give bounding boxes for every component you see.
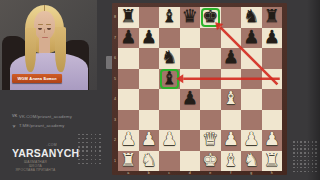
social-links: VK VK.COM/prizant_academy ➤ T.ME/prizant…: [12, 113, 72, 131]
vk-icon: VK: [12, 114, 19, 118]
square-a6[interactable]: [118, 48, 139, 69]
square-g1[interactable]: ♞: [241, 151, 262, 172]
square-a8[interactable]: ♜: [118, 7, 139, 28]
square-g7[interactable]: ♟: [241, 28, 262, 49]
square-g2[interactable]: ♟: [241, 130, 262, 151]
file-label-e: e: [200, 171, 221, 176]
piece-white-bishop[interactable]: ♝: [223, 88, 239, 109]
file-label-g: g: [241, 171, 262, 176]
edge-shade: [307, 0, 320, 180]
piece-black-rook[interactable]: ♜: [264, 6, 280, 27]
square-e6[interactable]: [200, 48, 221, 69]
dot: [297, 148, 299, 150]
dot: [300, 141, 302, 143]
dot: [304, 163, 306, 165]
dot: [91, 163, 93, 165]
stream-frame: WGM Алина Бивол VK VK.COM/prizant_academ…: [0, 0, 320, 180]
square-g4[interactable]: [241, 89, 262, 110]
dot: [297, 156, 299, 158]
piece-black-knight[interactable]: ♞: [161, 47, 177, 68]
nose: [44, 29, 45, 33]
dot: [300, 171, 302, 173]
file-label-f: f: [221, 171, 242, 176]
piece-white-pawn[interactable]: ♟: [243, 129, 259, 150]
dot: [297, 145, 299, 147]
dot: [82, 163, 84, 165]
piece-black-rook[interactable]: ♜: [120, 6, 136, 27]
dot: [91, 150, 93, 152]
piece-white-rook[interactable]: ♜: [120, 150, 136, 171]
square-a4[interactable]: [118, 89, 139, 110]
dot: [300, 167, 302, 169]
dot: [86, 138, 88, 140]
piece-white-bishop[interactable]: ♝: [223, 150, 239, 171]
dot: [99, 150, 101, 152]
square-b3[interactable]: [139, 110, 160, 131]
dot: [293, 171, 295, 173]
square-g3[interactable]: [241, 110, 262, 131]
dot: [300, 145, 302, 147]
square-d1[interactable]: [180, 151, 201, 172]
piece-white-pawn[interactable]: ♟: [264, 129, 280, 150]
square-f3[interactable]: [221, 110, 242, 131]
dot: [99, 138, 101, 140]
piece-white-pawn[interactable]: ♟: [223, 129, 239, 150]
dot: [86, 163, 88, 165]
streamer-face: [34, 11, 55, 40]
dot: [99, 159, 101, 161]
square-g5[interactable]: [241, 69, 262, 90]
dot: [99, 134, 101, 136]
dot: [300, 148, 302, 150]
brand-subtitle-line: ЯРОСЛАВА ПРИЗАНТА: [13, 168, 58, 172]
dot: [293, 156, 295, 158]
piece-black-pawn[interactable]: ♟: [264, 27, 280, 48]
streamer-name: WGM Алина Бивол: [17, 76, 56, 81]
square-d3[interactable]: [180, 110, 201, 131]
rank-label-6: 6: [112, 48, 118, 69]
dot: [86, 134, 88, 136]
square-a7[interactable]: ♟: [118, 28, 139, 49]
piece-black-bishop[interactable]: ♝: [161, 68, 177, 89]
dot: [300, 156, 302, 158]
square-a3[interactable]: [118, 110, 139, 131]
square-c3[interactable]: [159, 110, 180, 131]
dot: [99, 146, 101, 148]
square-f4[interactable]: ♝: [221, 89, 242, 110]
piece-white-king[interactable]: ♚: [202, 150, 218, 171]
square-c5[interactable]: ♝: [159, 69, 180, 90]
dot: [297, 160, 299, 162]
streamer-hair: [25, 28, 36, 72]
square-h4[interactable]: [262, 89, 283, 110]
square-f7[interactable]: [221, 28, 242, 49]
piece-white-pawn[interactable]: ♟: [161, 129, 177, 150]
square-c8[interactable]: ♝: [159, 7, 180, 28]
dot: [78, 163, 80, 165]
piece-black-pawn[interactable]: ♟: [223, 47, 239, 68]
dot: [293, 163, 295, 165]
piece-black-bishop[interactable]: ♝: [161, 6, 177, 27]
piece-black-queen[interactable]: ♛: [182, 6, 198, 27]
dot: [91, 155, 93, 157]
piece-white-queen[interactable]: ♛: [202, 129, 218, 150]
dot: [95, 163, 97, 165]
square-e4[interactable]: [200, 89, 221, 110]
dot: [91, 134, 93, 136]
vk-handle: VK.COM/prizant_academy: [19, 114, 72, 119]
dot: [82, 146, 84, 148]
dot: [304, 167, 306, 169]
square-h3[interactable]: [262, 110, 283, 131]
dot: [82, 134, 84, 136]
chess-board: ♜♝♛♚♞♜♟♟♟♟♞♟♝♟♝♟♟♟♛♟♟♟♜♞♚♝♞♜ 87654321abc…: [112, 3, 287, 175]
dot: [78, 146, 80, 148]
dot: [78, 142, 80, 144]
square-h7[interactable]: ♟: [262, 28, 283, 49]
file-label-c: c: [159, 171, 180, 176]
piece-black-knight[interactable]: ♞: [243, 6, 259, 27]
square-a5[interactable]: [118, 69, 139, 90]
brand-title: YARSANYCH: [12, 146, 79, 159]
dot: [78, 134, 80, 136]
eye: [38, 28, 42, 30]
dot: [82, 138, 84, 140]
rank-label-2: 2: [112, 130, 118, 151]
square-e3[interactable]: [200, 110, 221, 131]
rank-label-3: 3: [112, 110, 118, 131]
piece-black-pawn[interactable]: ♟: [243, 27, 259, 48]
dot: [297, 171, 299, 173]
dot: [86, 155, 88, 157]
dot: [82, 159, 84, 161]
dot: [293, 141, 295, 143]
dot: [95, 150, 97, 152]
dot: [95, 138, 97, 140]
piece-black-king[interactable]: ♚: [202, 6, 218, 27]
social-row-vk: VK VK.COM/prizant_academy: [12, 113, 72, 119]
square-c7[interactable]: [159, 28, 180, 49]
dot: [99, 142, 101, 144]
dot: [293, 145, 295, 147]
dot: [91, 138, 93, 140]
square-e5[interactable]: [200, 69, 221, 90]
square-h8[interactable]: ♜: [262, 7, 283, 28]
dot: [304, 148, 306, 150]
dot: [91, 146, 93, 148]
dot: [78, 159, 80, 161]
piece-black-pawn[interactable]: ♟: [182, 88, 198, 109]
square-d5[interactable]: [180, 69, 201, 90]
rank-label-8: 8: [112, 7, 118, 28]
rank-label-5: 5: [112, 69, 118, 90]
dot: [300, 152, 302, 154]
dot: [82, 155, 84, 157]
square-d6[interactable]: [180, 48, 201, 69]
rank-label-7: 7: [112, 28, 118, 49]
square-h5[interactable]: [262, 69, 283, 90]
file-label-h: h: [262, 171, 283, 176]
square-f6[interactable]: ♟: [221, 48, 242, 69]
streamer-name-banner: WGM Алина Бивол: [12, 74, 62, 84]
square-e8[interactable]: ♚: [200, 7, 221, 28]
dot: [86, 159, 88, 161]
square-d7[interactable]: [180, 28, 201, 49]
streamer-hair: [55, 27, 66, 72]
square-c2[interactable]: ♟: [159, 130, 180, 151]
dot: [95, 159, 97, 161]
square-f5[interactable]: [221, 69, 242, 90]
square-d8[interactable]: ♛: [180, 7, 201, 28]
dot: [86, 142, 88, 144]
dot: [82, 142, 84, 144]
square-f8[interactable]: [221, 7, 242, 28]
piece-white-knight[interactable]: ♞: [141, 150, 157, 171]
file-label-d: d: [180, 171, 201, 176]
dot: [78, 150, 80, 152]
dot: [86, 146, 88, 148]
square-b4[interactable]: [139, 89, 160, 110]
square-b8[interactable]: [139, 7, 160, 28]
square-d2[interactable]: [180, 130, 201, 151]
square-g8[interactable]: ♞: [241, 7, 262, 28]
dot: [293, 167, 295, 169]
dot: [297, 163, 299, 165]
file-label-a: a: [118, 171, 139, 176]
dot: [95, 155, 97, 157]
square-f2[interactable]: ♟: [221, 130, 242, 151]
dot: [95, 142, 97, 144]
square-b6[interactable]: [139, 48, 160, 69]
square-b7[interactable]: ♟: [139, 28, 160, 49]
dot: [293, 148, 295, 150]
telegram-handle: T.ME/prizant_academy: [19, 123, 65, 128]
dot: [82, 150, 84, 152]
square-e7[interactable]: [200, 28, 221, 49]
piece-black-pawn[interactable]: ♟: [141, 27, 157, 48]
rank-label-1: 1: [112, 151, 118, 172]
board-squares: ♜♝♛♚♞♜♟♟♟♟♞♟♝♟♝♟♟♟♛♟♟♟♜♞♚♝♞♜: [118, 7, 282, 171]
dot: [78, 155, 80, 157]
square-c6[interactable]: ♞: [159, 48, 180, 69]
streamer-sweater: [10, 53, 88, 90]
dot: [293, 152, 295, 154]
piece-black-pawn[interactable]: ♟: [120, 27, 136, 48]
square-e2[interactable]: ♛: [200, 130, 221, 151]
dot: [86, 150, 88, 152]
square-h2[interactable]: ♟: [262, 130, 283, 151]
square-f1[interactable]: ♝: [221, 151, 242, 172]
dot: [95, 134, 97, 136]
dot: [300, 160, 302, 162]
square-c4[interactable]: [159, 89, 180, 110]
file-label-b: b: [139, 171, 160, 176]
dot: [297, 141, 299, 143]
eye: [47, 28, 51, 30]
dot: [95, 146, 97, 148]
dot: [297, 167, 299, 169]
brand-subtitle: ШАХМАТНАЯ ШКОЛА ЯРОСЛАВА ПРИЗАНТА: [13, 160, 58, 173]
piece-white-rook[interactable]: ♜: [264, 150, 280, 171]
square-b2[interactable]: ♟: [139, 130, 160, 151]
dot: [78, 138, 80, 140]
dot: [297, 152, 299, 154]
dot: [293, 160, 295, 162]
dot: [304, 171, 306, 173]
dot: [300, 163, 302, 165]
square-b5[interactable]: [139, 69, 160, 90]
square-a1[interactable]: ♜: [118, 151, 139, 172]
square-d4[interactable]: ♟: [180, 89, 201, 110]
dot: [99, 163, 101, 165]
square-g6[interactable]: [241, 48, 262, 69]
dot: [99, 155, 101, 157]
social-row-telegram: ➤ T.ME/prizant_academy: [12, 122, 72, 128]
dot: [304, 152, 306, 154]
dot: [304, 145, 306, 147]
square-c1[interactable]: [159, 151, 180, 172]
dot: [304, 156, 306, 158]
square-h6[interactable]: [262, 48, 283, 69]
piece-white-pawn[interactable]: ♟: [120, 129, 136, 150]
dot: [91, 142, 93, 144]
square-b1[interactable]: ♞: [139, 151, 160, 172]
piece-white-knight[interactable]: ♞: [243, 150, 259, 171]
dot: [304, 141, 306, 143]
rank-label-4: 4: [112, 89, 118, 110]
dot: [91, 159, 93, 161]
square-h1[interactable]: ♜: [262, 151, 283, 172]
square-e1[interactable]: ♚: [200, 151, 221, 172]
piece-white-pawn[interactable]: ♟: [141, 129, 157, 150]
dot: [304, 160, 306, 162]
square-a2[interactable]: ♟: [118, 130, 139, 151]
